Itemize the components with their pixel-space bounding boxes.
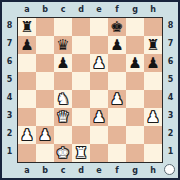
square-e8[interactable] [90,18,108,36]
rank-label-8-right: 8 [163,17,178,35]
square-e5[interactable] [90,72,108,90]
square-f5[interactable] [108,72,126,90]
white-to-move-indicator [164,164,175,175]
square-d8[interactable] [72,18,90,36]
square-a7[interactable]: ♟ [18,36,36,54]
square-d6[interactable] [72,54,90,72]
rank-label-6-right: 6 [163,53,178,71]
black-king-f8[interactable]: ♚ [110,18,123,36]
black-pawn-a7[interactable]: ♟ [20,36,33,54]
rank-label-7-right: 7 [163,35,178,53]
file-label-h-bottom: h [144,163,162,178]
file-labels-bottom: abcdefgh [18,163,178,178]
square-f6[interactable] [108,54,126,72]
square-h3[interactable]: ♟ [144,108,162,126]
white-pawn-b2[interactable]: ♟ [38,126,51,144]
square-b3[interactable] [36,108,54,126]
rank-label-1-left: 1 [2,143,17,161]
rank-label-6-left: 6 [2,53,17,71]
square-e6[interactable]: ♟ [90,54,108,72]
file-label-h-top: h [144,2,162,17]
file-label-d-top: d [72,2,90,17]
square-c1[interactable]: ♚ [54,144,72,162]
square-a5[interactable] [18,72,36,90]
square-e4[interactable] [90,90,108,108]
rank-label-1-right: 1 [163,143,178,161]
square-h2[interactable] [144,126,162,144]
square-c7[interactable]: ♛ [54,36,72,54]
square-c4[interactable]: ♞ [54,90,72,108]
square-g2[interactable] [126,126,144,144]
square-a1[interactable] [18,144,36,162]
square-g6[interactable]: ♟ [126,54,144,72]
chess-board: ♜♚♟♛♟♜♟♟♟♟♞♟♛♟♟♟♟♚♜ [17,17,163,163]
square-a8[interactable]: ♜ [18,18,36,36]
square-a4[interactable] [18,90,36,108]
black-pawn-c6[interactable]: ♟ [56,54,69,72]
white-knight-c4[interactable]: ♞ [56,90,69,108]
square-b4[interactable] [36,90,54,108]
square-h6[interactable]: ♟ [144,54,162,72]
white-pawn-e6[interactable]: ♟ [92,54,105,72]
file-label-f-top: f [108,2,126,17]
white-pawn-h3[interactable]: ♟ [146,108,159,126]
white-pawn-f4[interactable]: ♟ [110,90,123,108]
black-rook-h7[interactable]: ♜ [146,36,159,54]
white-king-c1[interactable]: ♚ [56,144,69,162]
square-g3[interactable] [126,108,144,126]
square-d4[interactable] [72,90,90,108]
square-f7[interactable]: ♟ [108,36,126,54]
rank-label-4-right: 4 [163,89,178,107]
square-d3[interactable] [72,108,90,126]
square-a3[interactable] [18,108,36,126]
square-e7[interactable] [90,36,108,54]
square-f8[interactable]: ♚ [108,18,126,36]
file-label-b-bottom: b [36,163,54,178]
file-label-d-bottom: d [72,163,90,178]
file-label-g-bottom: g [126,163,144,178]
white-pawn-e3[interactable]: ♟ [92,108,105,126]
rank-label-5-right: 5 [163,71,178,89]
square-b2[interactable]: ♟ [36,126,54,144]
square-a6[interactable] [18,54,36,72]
file-label-c-top: c [54,2,72,17]
file-label-g-top: g [126,2,144,17]
square-g7[interactable] [126,36,144,54]
white-rook-d1[interactable]: ♜ [74,144,87,162]
black-rook-a8[interactable]: ♜ [20,18,33,36]
square-c6[interactable]: ♟ [54,54,72,72]
square-b1[interactable] [36,144,54,162]
square-f3[interactable] [108,108,126,126]
file-labels-top: abcdefgh [18,2,178,17]
white-pawn-a2[interactable]: ♟ [20,126,33,144]
square-h1[interactable] [144,144,162,162]
rank-label-4-left: 4 [2,89,17,107]
rank-label-7-left: 7 [2,35,17,53]
rank-labels-left: 87654321 [2,17,17,163]
rank-label-3-right: 3 [163,107,178,125]
rank-label-2-right: 2 [163,125,178,143]
square-h4[interactable] [144,90,162,108]
black-pawn-g6[interactable]: ♟ [128,54,141,72]
file-label-e-bottom: e [90,163,108,178]
square-e2[interactable] [90,126,108,144]
square-c3[interactable]: ♛ [54,108,72,126]
square-c2[interactable] [54,126,72,144]
square-d7[interactable] [72,36,90,54]
file-label-c-bottom: c [54,163,72,178]
square-h8[interactable] [144,18,162,36]
square-h7[interactable]: ♜ [144,36,162,54]
black-queen-c7[interactable]: ♛ [56,36,69,54]
square-d1[interactable]: ♜ [72,144,90,162]
file-label-e-top: e [90,2,108,17]
square-b5[interactable] [36,72,54,90]
square-h5[interactable] [144,72,162,90]
square-a2[interactable]: ♟ [18,126,36,144]
rank-label-2-left: 2 [2,125,17,143]
square-g8[interactable] [126,18,144,36]
square-g5[interactable] [126,72,144,90]
black-pawn-h6[interactable]: ♟ [146,54,159,72]
square-d5[interactable] [72,72,90,90]
square-c5[interactable] [54,72,72,90]
file-label-f-bottom: f [108,163,126,178]
chess-diagram: abcdefgh 87654321 ♜♚♟♛♟♜♟♟♟♟♞♟♛♟♟♟♟♚♜ 87… [0,0,180,180]
white-queen-c3[interactable]: ♛ [56,108,69,126]
square-b7[interactable] [36,36,54,54]
rank-label-3-left: 3 [2,107,17,125]
square-d2[interactable] [72,126,90,144]
file-label-a-bottom: a [18,163,36,178]
square-c8[interactable] [54,18,72,36]
square-f2[interactable] [108,126,126,144]
square-e1[interactable] [90,144,108,162]
square-g4[interactable] [126,90,144,108]
rank-label-5-left: 5 [2,71,17,89]
square-b8[interactable] [36,18,54,36]
file-label-b-top: b [36,2,54,17]
square-b6[interactable] [36,54,54,72]
rank-labels-right: 87654321 [163,17,178,163]
rank-label-8-left: 8 [2,17,17,35]
black-pawn-f7[interactable]: ♟ [110,36,123,54]
square-g1[interactable] [126,144,144,162]
square-f4[interactable]: ♟ [108,90,126,108]
file-label-a-top: a [18,2,36,17]
square-f1[interactable] [108,144,126,162]
square-e3[interactable]: ♟ [90,108,108,126]
